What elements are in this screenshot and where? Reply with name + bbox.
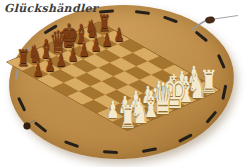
drawstring-cord — [0, 0, 250, 167]
cord-left — [30, 120, 37, 124]
cord-toggle-bead — [205, 16, 215, 24]
cord-right-end — [214, 16, 238, 20]
cord-left-bead — [24, 123, 31, 130]
cord-right — [191, 21, 206, 31]
brand-logo: Glückshändler — [4, 2, 98, 15]
product-photo-stage: Glückshändler ♜♞♝♛♚♝♞♜♟♟♟♟♟♟♟♟♟♟♟♟♟♟♟♟♜♞… — [0, 0, 250, 167]
